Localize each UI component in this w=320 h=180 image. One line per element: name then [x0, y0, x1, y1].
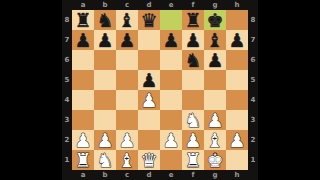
square-c7[interactable]: ♟ — [116, 30, 138, 50]
square-g7[interactable]: ♝ — [204, 30, 226, 50]
square-d4[interactable]: ♟ — [138, 90, 160, 110]
piece-white-queen[interactable]: ♛ — [140, 150, 157, 170]
square-a5[interactable] — [72, 70, 94, 90]
square-c1[interactable]: ♝ — [116, 150, 138, 170]
piece-black-rook[interactable]: ♜ — [184, 10, 201, 30]
piece-black-pawn[interactable]: ♟ — [118, 30, 135, 50]
rank-label-7: 7 — [62, 30, 72, 50]
square-c8[interactable]: ♝ — [116, 10, 138, 30]
file-label-h: h — [226, 0, 248, 10]
rank-label-4: 4 — [62, 90, 72, 110]
piece-black-knight[interactable]: ♞ — [184, 50, 201, 70]
square-g1[interactable]: ♚ — [204, 150, 226, 170]
square-e8[interactable] — [160, 10, 182, 30]
board-corner — [248, 170, 258, 180]
piece-black-pawn[interactable]: ♟ — [184, 30, 201, 50]
square-d5[interactable]: ♟ — [138, 70, 160, 90]
square-d6[interactable] — [138, 50, 160, 70]
rank-labels-right: 87654321 — [248, 10, 258, 170]
rank-label-6: 6 — [248, 50, 258, 70]
square-f7[interactable]: ♟ — [182, 30, 204, 50]
chess-app-viewport: abcdefgh 87654321 ♜♞♝♛♜♚♟♟♟♟♟♝♟♞♟♟♟♞♟♟♟♟… — [0, 0, 320, 180]
rank-label-8: 8 — [62, 10, 72, 30]
piece-white-pawn[interactable]: ♟ — [74, 130, 91, 150]
square-d8[interactable]: ♛ — [138, 10, 160, 30]
square-g2[interactable]: ♝ — [204, 130, 226, 150]
piece-black-king[interactable]: ♚ — [206, 10, 223, 30]
rank-labels-left: 87654321 — [62, 10, 72, 170]
rank-label-4: 4 — [248, 90, 258, 110]
rank-label-2: 2 — [62, 130, 72, 150]
piece-black-knight[interactable]: ♞ — [96, 10, 113, 30]
file-label-g: g — [204, 170, 226, 180]
board-corner — [248, 0, 258, 10]
square-d3[interactable] — [138, 110, 160, 130]
file-label-e: e — [160, 170, 182, 180]
square-e4[interactable] — [160, 90, 182, 110]
file-label-e: e — [160, 0, 182, 10]
rank-label-5: 5 — [248, 70, 258, 90]
piece-black-pawn[interactable]: ♟ — [228, 30, 245, 50]
piece-white-knight[interactable]: ♞ — [96, 150, 113, 170]
square-b3[interactable] — [94, 110, 116, 130]
square-a3[interactable] — [72, 110, 94, 130]
rank-label-7: 7 — [248, 30, 258, 50]
square-f1[interactable]: ♜ — [182, 150, 204, 170]
file-label-h: h — [226, 170, 248, 180]
piece-white-pawn[interactable]: ♟ — [162, 130, 179, 150]
square-d1[interactable]: ♛ — [138, 150, 160, 170]
rank-label-3: 3 — [62, 110, 72, 130]
square-b8[interactable]: ♞ — [94, 10, 116, 30]
square-f3[interactable]: ♞ — [182, 110, 204, 130]
chess-board: ♜♞♝♛♜♚♟♟♟♟♟♝♟♞♟♟♟♞♟♟♟♟♟♟♝♟♜♞♝♛♜♚ — [72, 10, 248, 170]
piece-black-pawn[interactable]: ♟ — [74, 30, 91, 50]
piece-white-rook[interactable]: ♜ — [184, 150, 201, 170]
rank-label-1: 1 — [248, 150, 258, 170]
square-e2[interactable]: ♟ — [160, 130, 182, 150]
square-e5[interactable] — [160, 70, 182, 90]
square-f8[interactable]: ♜ — [182, 10, 204, 30]
square-h8[interactable] — [226, 10, 248, 30]
square-f4[interactable] — [182, 90, 204, 110]
square-h6[interactable] — [226, 50, 248, 70]
rank-label-3: 3 — [248, 110, 258, 130]
file-label-d: d — [138, 170, 160, 180]
square-b4[interactable] — [94, 90, 116, 110]
file-label-f: f — [182, 170, 204, 180]
square-h3[interactable] — [226, 110, 248, 130]
piece-white-bishop[interactable]: ♝ — [206, 130, 223, 150]
piece-black-rook[interactable]: ♜ — [74, 10, 91, 30]
file-label-c: c — [116, 170, 138, 180]
rank-label-1: 1 — [62, 150, 72, 170]
square-f6[interactable]: ♞ — [182, 50, 204, 70]
square-c5[interactable] — [116, 70, 138, 90]
square-h5[interactable] — [226, 70, 248, 90]
square-a7[interactable]: ♟ — [72, 30, 94, 50]
square-c2[interactable]: ♟ — [116, 130, 138, 150]
piece-black-pawn[interactable]: ♟ — [140, 70, 157, 90]
piece-white-pawn[interactable]: ♟ — [206, 110, 223, 130]
square-a2[interactable]: ♟ — [72, 130, 94, 150]
square-e3[interactable] — [160, 110, 182, 130]
piece-black-queen[interactable]: ♛ — [140, 10, 157, 30]
square-b1[interactable]: ♞ — [94, 150, 116, 170]
square-g3[interactable]: ♟ — [204, 110, 226, 130]
piece-white-pawn[interactable]: ♟ — [96, 130, 113, 150]
square-a4[interactable] — [72, 90, 94, 110]
rank-label-2: 2 — [248, 130, 258, 150]
square-g5[interactable] — [204, 70, 226, 90]
square-h2[interactable]: ♟ — [226, 130, 248, 150]
square-e7[interactable]: ♟ — [160, 30, 182, 50]
chess-board-frame: abcdefgh 87654321 ♜♞♝♛♜♚♟♟♟♟♟♝♟♞♟♟♟♞♟♟♟♟… — [62, 0, 258, 180]
piece-black-pawn[interactable]: ♟ — [206, 50, 223, 70]
square-a8[interactable]: ♜ — [72, 10, 94, 30]
square-d7[interactable] — [138, 30, 160, 50]
square-a6[interactable] — [72, 50, 94, 70]
file-labels-bottom: abcdefgh — [72, 170, 248, 180]
square-f2[interactable]: ♟ — [182, 130, 204, 150]
square-g8[interactable]: ♚ — [204, 10, 226, 30]
piece-black-pawn[interactable]: ♟ — [96, 30, 113, 50]
square-d2[interactable] — [138, 130, 160, 150]
piece-white-pawn[interactable]: ♟ — [228, 130, 245, 150]
square-g6[interactable]: ♟ — [204, 50, 226, 70]
piece-white-pawn[interactable]: ♟ — [184, 130, 201, 150]
square-g4[interactable] — [204, 90, 226, 110]
piece-white-pawn[interactable]: ♟ — [140, 90, 157, 110]
square-c4[interactable] — [116, 90, 138, 110]
piece-white-pawn[interactable]: ♟ — [118, 130, 135, 150]
square-a1[interactable]: ♜ — [72, 150, 94, 170]
rank-label-8: 8 — [248, 10, 258, 30]
square-b6[interactable] — [94, 50, 116, 70]
square-b7[interactable]: ♟ — [94, 30, 116, 50]
square-c3[interactable] — [116, 110, 138, 130]
piece-white-knight[interactable]: ♞ — [184, 110, 201, 130]
file-label-a: a — [72, 170, 94, 180]
square-c6[interactable] — [116, 50, 138, 70]
square-h4[interactable] — [226, 90, 248, 110]
square-b2[interactable]: ♟ — [94, 130, 116, 150]
square-f5[interactable] — [182, 70, 204, 90]
piece-white-rook[interactable]: ♜ — [74, 150, 91, 170]
piece-white-bishop[interactable]: ♝ — [118, 150, 135, 170]
piece-black-bishop[interactable]: ♝ — [118, 10, 135, 30]
piece-black-bishop[interactable]: ♝ — [206, 30, 223, 50]
square-b5[interactable] — [94, 70, 116, 90]
piece-white-king[interactable]: ♚ — [206, 150, 223, 170]
rank-label-5: 5 — [62, 70, 72, 90]
square-e6[interactable] — [160, 50, 182, 70]
square-h1[interactable] — [226, 150, 248, 170]
board-corner — [62, 170, 72, 180]
piece-black-pawn[interactable]: ♟ — [162, 30, 179, 50]
rank-label-6: 6 — [62, 50, 72, 70]
file-label-b: b — [94, 170, 116, 180]
board-corner — [62, 0, 72, 10]
square-e1[interactable] — [160, 150, 182, 170]
square-h7[interactable]: ♟ — [226, 30, 248, 50]
